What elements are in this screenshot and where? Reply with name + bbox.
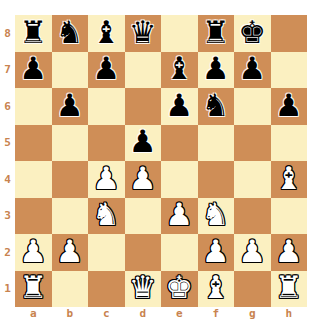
piece-white-pawn[interactable]: ♟ [19, 236, 47, 267]
piece-white-bishop[interactable]: ♝ [275, 163, 303, 194]
piece-black-knight[interactable]: ♞ [202, 90, 230, 121]
square-d8[interactable]: ♛ [125, 15, 162, 52]
square-h3[interactable] [271, 198, 308, 235]
square-e2[interactable] [161, 234, 198, 271]
piece-black-pawn[interactable]: ♟ [129, 126, 157, 157]
file-label-e: e [161, 306, 198, 320]
square-g2[interactable]: ♟ [234, 234, 271, 271]
square-g7[interactable]: ♟ [234, 52, 271, 89]
square-b5[interactable] [52, 125, 89, 162]
chess-diagram: 87654321 ♜♞♝♛♜♚♟♟♝♟♟♟♟♞♟♟♟♟♝♞♟♞♟♟♟♟♟♜♛♚♝… [0, 0, 320, 320]
piece-black-pawn[interactable]: ♟ [165, 90, 193, 121]
square-c3[interactable]: ♞ [88, 198, 125, 235]
square-b8[interactable]: ♞ [52, 15, 89, 52]
square-f4[interactable] [198, 161, 235, 198]
piece-black-rook[interactable]: ♜ [19, 17, 47, 48]
piece-black-bishop[interactable]: ♝ [92, 17, 120, 48]
file-label-d: d [125, 306, 162, 320]
piece-white-king[interactable]: ♚ [165, 272, 193, 303]
square-a4[interactable] [15, 161, 52, 198]
piece-white-knight[interactable]: ♞ [92, 199, 120, 230]
rank-label-8: 8 [0, 15, 15, 52]
rank-labels: 87654321 [0, 15, 15, 307]
square-c7[interactable]: ♟ [88, 52, 125, 89]
piece-black-knight[interactable]: ♞ [56, 17, 84, 48]
file-label-b: b [52, 306, 89, 320]
square-a7[interactable]: ♟ [15, 52, 52, 89]
square-a5[interactable] [15, 125, 52, 162]
square-c5[interactable] [88, 125, 125, 162]
piece-white-queen[interactable]: ♛ [129, 272, 157, 303]
chess-board[interactable]: ♜♞♝♛♜♚♟♟♝♟♟♟♟♞♟♟♟♟♝♞♟♞♟♟♟♟♟♜♛♚♝♜ [15, 15, 307, 307]
piece-black-pawn[interactable]: ♟ [275, 90, 303, 121]
square-e4[interactable] [161, 161, 198, 198]
file-label-h: h [271, 306, 308, 320]
square-e6[interactable]: ♟ [161, 88, 198, 125]
square-c8[interactable]: ♝ [88, 15, 125, 52]
square-g6[interactable] [234, 88, 271, 125]
piece-black-rook[interactable]: ♜ [202, 17, 230, 48]
square-b7[interactable] [52, 52, 89, 89]
square-e1[interactable]: ♚ [161, 271, 198, 308]
square-b3[interactable] [52, 198, 89, 235]
square-a8[interactable]: ♜ [15, 15, 52, 52]
square-f1[interactable]: ♝ [198, 271, 235, 308]
piece-black-queen[interactable]: ♛ [129, 17, 157, 48]
square-d5[interactable]: ♟ [125, 125, 162, 162]
piece-white-pawn[interactable]: ♟ [275, 236, 303, 267]
piece-white-pawn[interactable]: ♟ [56, 236, 84, 267]
square-f2[interactable]: ♟ [198, 234, 235, 271]
rank-label-1: 1 [0, 271, 15, 308]
square-h8[interactable] [271, 15, 308, 52]
piece-white-pawn[interactable]: ♟ [238, 236, 266, 267]
rank-label-6: 6 [0, 88, 15, 125]
square-f5[interactable] [198, 125, 235, 162]
rank-label-5: 5 [0, 125, 15, 162]
square-f7[interactable]: ♟ [198, 52, 235, 89]
square-d3[interactable] [125, 198, 162, 235]
piece-black-pawn[interactable]: ♟ [19, 53, 47, 84]
piece-white-rook[interactable]: ♜ [275, 272, 303, 303]
square-e8[interactable] [161, 15, 198, 52]
square-g8[interactable]: ♚ [234, 15, 271, 52]
square-b4[interactable] [52, 161, 89, 198]
piece-black-bishop[interactable]: ♝ [165, 53, 193, 84]
piece-white-knight[interactable]: ♞ [202, 199, 230, 230]
file-label-c: c [88, 306, 125, 320]
square-c2[interactable] [88, 234, 125, 271]
file-label-f: f [198, 306, 235, 320]
piece-white-pawn[interactable]: ♟ [202, 236, 230, 267]
piece-black-pawn[interactable]: ♟ [92, 53, 120, 84]
square-g5[interactable] [234, 125, 271, 162]
piece-white-pawn[interactable]: ♟ [165, 199, 193, 230]
square-b2[interactable]: ♟ [52, 234, 89, 271]
square-a1[interactable]: ♜ [15, 271, 52, 308]
square-a2[interactable]: ♟ [15, 234, 52, 271]
square-b6[interactable]: ♟ [52, 88, 89, 125]
piece-white-bishop[interactable]: ♝ [202, 272, 230, 303]
piece-white-pawn[interactable]: ♟ [129, 163, 157, 194]
square-f8[interactable]: ♜ [198, 15, 235, 52]
square-d7[interactable] [125, 52, 162, 89]
square-a6[interactable] [15, 88, 52, 125]
rank-label-2: 2 [0, 234, 15, 271]
piece-black-pawn[interactable]: ♟ [238, 53, 266, 84]
square-f3[interactable]: ♞ [198, 198, 235, 235]
square-d4[interactable]: ♟ [125, 161, 162, 198]
square-e3[interactable]: ♟ [161, 198, 198, 235]
square-g1[interactable] [234, 271, 271, 308]
file-labels: abcdefgh [15, 306, 307, 320]
square-h4[interactable]: ♝ [271, 161, 308, 198]
square-f6[interactable]: ♞ [198, 88, 235, 125]
file-label-a: a [15, 306, 52, 320]
piece-black-king[interactable]: ♚ [238, 17, 266, 48]
square-c6[interactable] [88, 88, 125, 125]
square-e7[interactable]: ♝ [161, 52, 198, 89]
square-h7[interactable] [271, 52, 308, 89]
file-label-g: g [234, 306, 271, 320]
piece-black-pawn[interactable]: ♟ [202, 53, 230, 84]
piece-white-pawn[interactable]: ♟ [92, 163, 120, 194]
rank-label-4: 4 [0, 161, 15, 198]
square-h5[interactable] [271, 125, 308, 162]
square-c4[interactable]: ♟ [88, 161, 125, 198]
square-h1[interactable]: ♜ [271, 271, 308, 308]
rank-label-3: 3 [0, 198, 15, 235]
square-d1[interactable]: ♛ [125, 271, 162, 308]
square-d2[interactable] [125, 234, 162, 271]
square-a3[interactable] [15, 198, 52, 235]
piece-black-pawn[interactable]: ♟ [56, 90, 84, 121]
square-g3[interactable] [234, 198, 271, 235]
piece-white-rook[interactable]: ♜ [19, 272, 47, 303]
square-c1[interactable] [88, 271, 125, 308]
square-g4[interactable] [234, 161, 271, 198]
square-h6[interactable]: ♟ [271, 88, 308, 125]
square-b1[interactable] [52, 271, 89, 308]
square-e5[interactable] [161, 125, 198, 162]
square-h2[interactable]: ♟ [271, 234, 308, 271]
rank-label-7: 7 [0, 52, 15, 89]
square-d6[interactable] [125, 88, 162, 125]
